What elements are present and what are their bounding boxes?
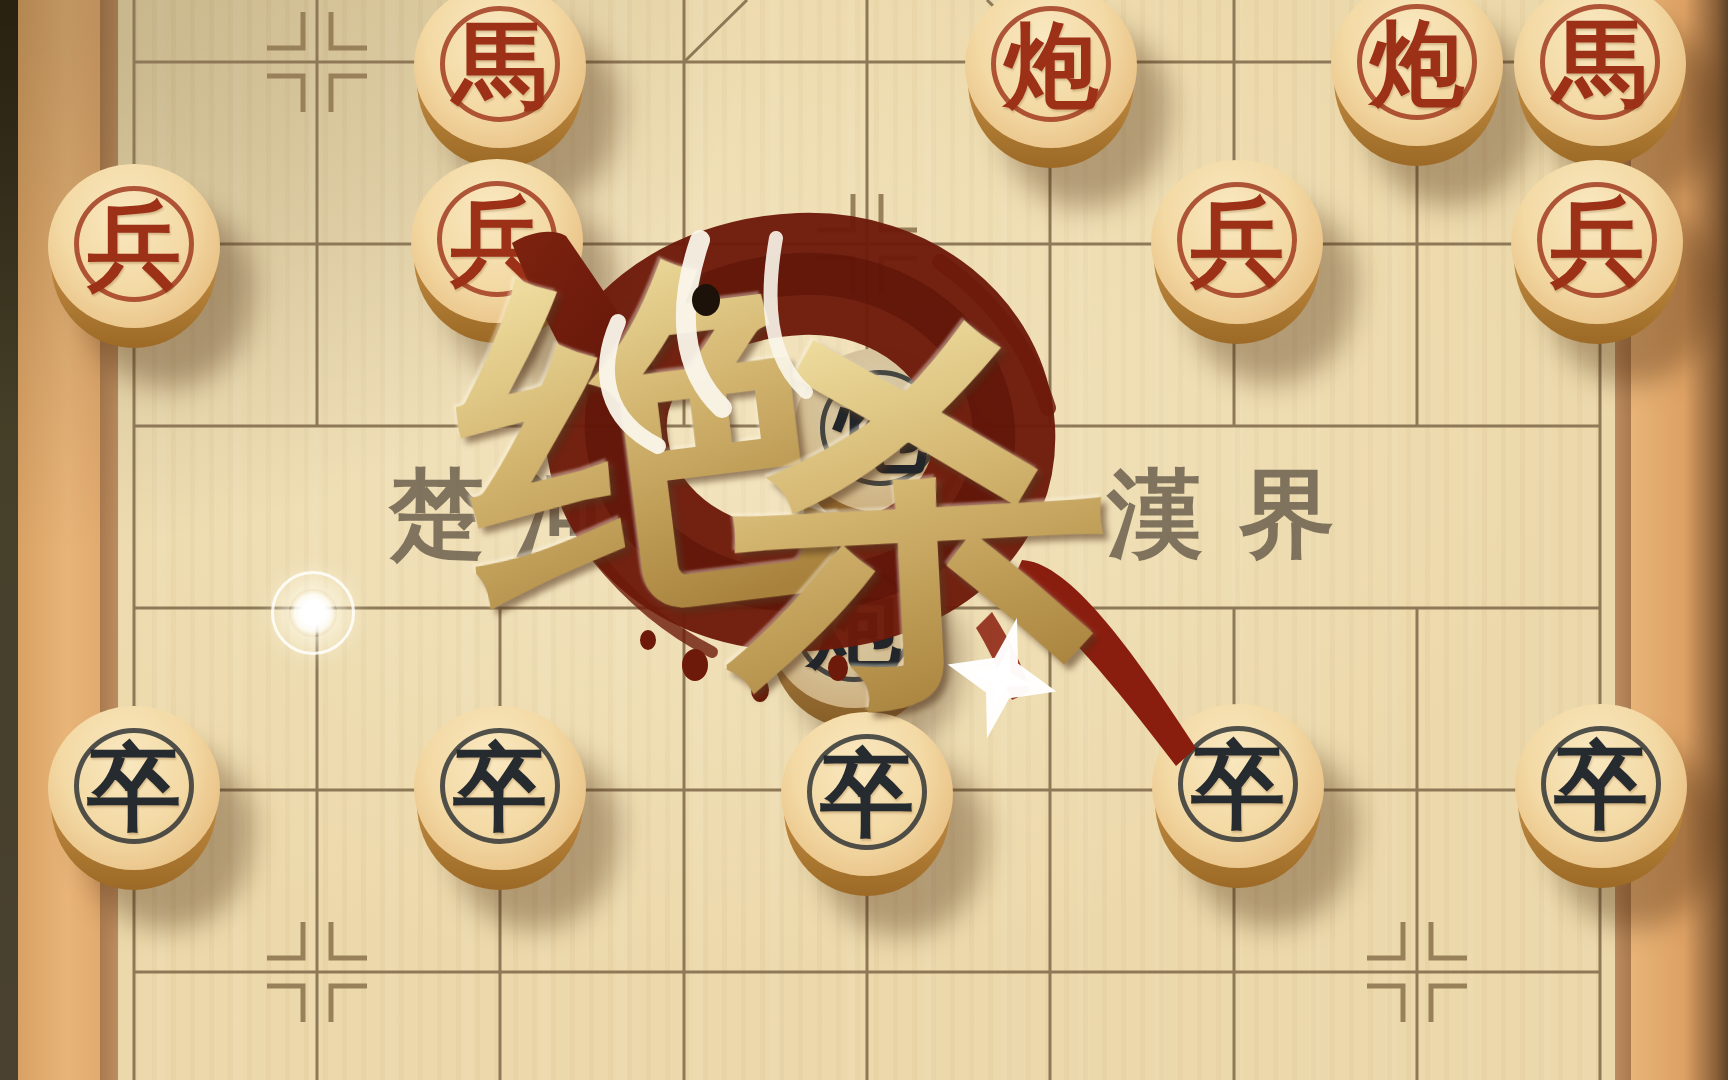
piece-glyph: 兵: [1151, 160, 1323, 324]
river-char-jie: 界: [1239, 451, 1335, 581]
piece-glyph: 炮: [1331, 0, 1503, 146]
piece-black-soldier-e6[interactable]: 卒: [781, 712, 953, 884]
piece-glyph: 炮: [794, 348, 966, 512]
piece-glyph: 卒: [48, 706, 220, 870]
glow-core: [289, 589, 337, 637]
checkmate-ink-splash: [0, 0, 1728, 1080]
piece-black-soldier-i6[interactable]: 卒: [1515, 704, 1687, 876]
piece-glyph: 兵: [1511, 160, 1683, 324]
piece-glyph: 卒: [414, 706, 586, 870]
piece-red-soldier-c3[interactable]: 兵: [411, 159, 583, 331]
checkmate-highlights: [0, 0, 1728, 1080]
piece-red-cannon-f2[interactable]: 炮: [965, 0, 1137, 156]
board-grid[interactable]: [0, 0, 1728, 1080]
piece-glyph: 馬: [1514, 0, 1686, 146]
piece-glyph: 卒: [1515, 704, 1687, 868]
move-glow-orb-effect: [271, 571, 355, 655]
piece-glyph: 卒: [1152, 704, 1324, 868]
piece-red-cannon-h2[interactable]: 炮: [1331, 0, 1503, 154]
piece-red-soldier-i3[interactable]: 兵: [1511, 160, 1683, 332]
wood-grain-texture: [0, 0, 1728, 1080]
piece-glyph: 炮: [768, 544, 940, 708]
piece-red-horse-i2[interactable]: 馬: [1514, 0, 1686, 154]
glow-ring: [271, 571, 355, 655]
piece-red-soldier-a3[interactable]: 兵: [48, 164, 220, 336]
board-frame-left: [0, 0, 18, 1080]
piece-red-soldier-g3[interactable]: 兵: [1151, 160, 1323, 332]
piece-black-soldier-a6[interactable]: 卒: [48, 706, 220, 878]
river-char-han: 漢: [1107, 451, 1203, 581]
piece-black-soldier-g6[interactable]: 卒: [1152, 704, 1324, 876]
river-char-he: 河: [514, 451, 610, 581]
board-border-stripe-left: [100, 0, 118, 1080]
piece-glyph: 兵: [48, 164, 220, 328]
xiangqi-game-screen: { "game": "Xiangqi (Chinese Chess)", "sc…: [0, 0, 1728, 1080]
piece-black-soldier-c6[interactable]: 卒: [414, 706, 586, 878]
piece-glyph: 兵: [411, 159, 583, 323]
piece-glyph: 炮: [965, 0, 1137, 148]
piece-black-cannon-e5[interactable]: 炮: [768, 544, 940, 716]
river-char-chu: 楚: [389, 451, 485, 581]
piece-glyph: 卒: [781, 712, 953, 876]
piece-glyph: 馬: [414, 0, 586, 148]
board-margin-left: [18, 0, 100, 1080]
piece-red-horse-c2[interactable]: 馬: [414, 0, 586, 156]
piece-black-cannon-e4[interactable]: 炮: [794, 348, 966, 520]
